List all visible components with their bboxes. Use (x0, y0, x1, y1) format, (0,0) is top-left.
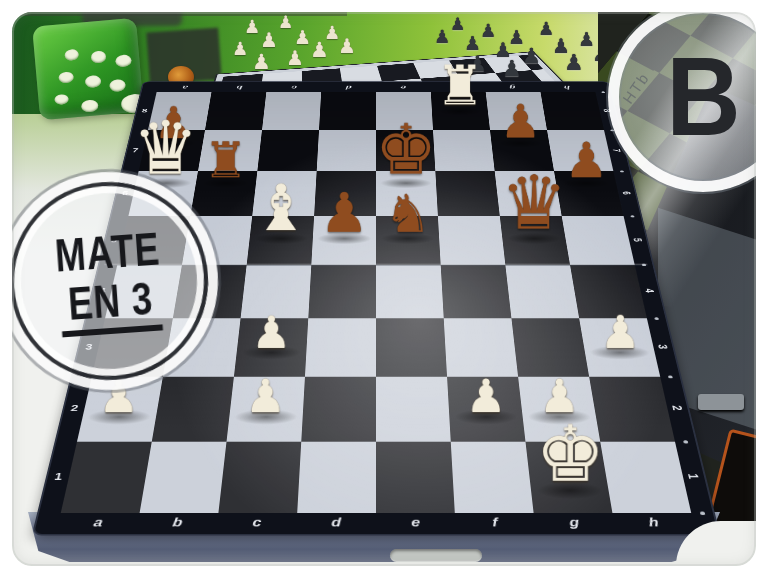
badge-letter: B (666, 41, 740, 153)
file-label-top-e: e (376, 83, 431, 90)
brown-queen-glyph: ♛ (479, 166, 590, 240)
mini-white-piece: ♟ (338, 36, 356, 56)
mini-white-piece: ♟ (232, 40, 248, 58)
file-label-top-d: d (321, 83, 376, 90)
mini-white-piece: ♟ (260, 30, 278, 50)
mini-white-piece: ♟ (286, 48, 304, 68)
white-pawn-glyph: ♟ (201, 374, 330, 420)
framed-photo: ♟♟♟♟♟♟♟♟♟♟♟♟♟♟♟♟♟♟♟♟♟♟♟♟ abcdefgh abcdef… (0, 0, 768, 578)
mini-white-piece: ♟ (278, 14, 293, 31)
file-label-top-b: b (212, 83, 268, 90)
brown-knight-glyph: ♞ (352, 188, 463, 240)
file-label-top-f: f (430, 83, 485, 90)
mini-dark-piece: ♟ (434, 28, 450, 46)
mini-dark-piece: ♟ (464, 34, 481, 53)
brown-king-glyph: ♚ (353, 116, 458, 185)
mini-dark-piece: ♟ (450, 16, 465, 33)
hinge-bracket (698, 394, 744, 410)
file-label-top-a: a (157, 83, 213, 90)
file-labels-top: abcdefgh (157, 83, 595, 90)
white-pawn-glyph: ♟ (210, 310, 332, 354)
border-rivet (700, 512, 706, 516)
board-clasp (390, 549, 482, 562)
stamp-line-2: EN 3 (58, 273, 163, 337)
mini-white-piece: ♟ (244, 18, 260, 36)
mini-white-piece: ♟ (294, 28, 311, 47)
file-label-top-g: g (485, 83, 541, 90)
mini-dark-piece: ♟ (522, 46, 541, 67)
mini-white-piece: ♟ (310, 40, 329, 61)
mini-dark-piece: ♟ (564, 52, 584, 74)
border-rivet (642, 264, 647, 266)
border-rivet (630, 215, 634, 217)
border-rivet (601, 91, 605, 93)
white-pawn-glyph: ♟ (54, 375, 183, 420)
file-label-top-h: h (539, 83, 595, 90)
scene: ♟♟♟♟♟♟♟♟♟♟♟♟♟♟♟♟♟♟♟♟♟♟♟♟ abcdefgh abcdef… (2, 2, 766, 576)
file-label-top-c: c (267, 83, 322, 90)
white-king-glyph: ♚ (502, 416, 638, 494)
mini-white-piece: ♟ (252, 52, 271, 73)
watermark-text: HTb (619, 69, 653, 107)
